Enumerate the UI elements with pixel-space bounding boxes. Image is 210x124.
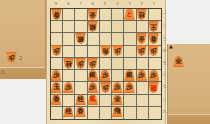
piece-kanji: 龍 bbox=[151, 84, 157, 90]
board-cell[interactable] bbox=[137, 95, 149, 107]
board-cell[interactable] bbox=[100, 21, 112, 33]
piece-kanji: 歩 bbox=[114, 84, 120, 90]
piece-kanji: 歩 bbox=[90, 60, 96, 66]
board-cell[interactable] bbox=[124, 21, 136, 33]
board-cell[interactable] bbox=[137, 82, 149, 94]
piece-kanji: 桂 bbox=[65, 60, 71, 66]
piece-kanji: 歩 bbox=[102, 72, 108, 78]
board-cell[interactable] bbox=[51, 33, 63, 45]
board-cell[interactable] bbox=[137, 58, 149, 70]
board-cell[interactable] bbox=[63, 46, 75, 58]
shogi-board-panel: 987654321一二三四五六七八九香金と桂銀王銀金香歩角歩歩歩桂歩歩歩銀歩銀歩… bbox=[46, 0, 166, 124]
piece-kanji: 飛 bbox=[114, 109, 120, 115]
piece-kanji: 歩 bbox=[8, 54, 14, 60]
board-cell[interactable] bbox=[137, 21, 149, 33]
sente-piece-stand: 金 bbox=[167, 44, 210, 124]
board-cell[interactable] bbox=[63, 21, 75, 33]
board-cell[interactable] bbox=[51, 21, 63, 33]
piece-kanji: 金 bbox=[114, 96, 120, 102]
piece-kanji: 香 bbox=[151, 35, 157, 41]
rank-label: 六 bbox=[163, 73, 167, 77]
rank-label: 三 bbox=[163, 37, 167, 41]
piece-kanji: 歩 bbox=[151, 72, 157, 78]
shogi-piece-金[interactable]: 金 bbox=[173, 56, 184, 67]
gote-stand-lip bbox=[0, 67, 45, 79]
board-cell[interactable] bbox=[88, 33, 100, 45]
rank-label: 九 bbox=[163, 110, 167, 114]
board-cell[interactable] bbox=[124, 95, 136, 107]
piece-kanji: 歩 bbox=[151, 48, 157, 54]
piece-kanji: 香 bbox=[77, 109, 83, 115]
board-cell[interactable] bbox=[100, 107, 112, 119]
hand-piece-count: 2 bbox=[19, 56, 22, 61]
board-cell[interactable] bbox=[63, 70, 75, 82]
board-cell[interactable] bbox=[112, 58, 124, 70]
board-cell[interactable] bbox=[63, 9, 75, 21]
board-cell[interactable] bbox=[112, 21, 124, 33]
gote-marker: △ bbox=[1, 69, 5, 74]
piece-kanji: 香 bbox=[53, 96, 59, 102]
board-cell[interactable] bbox=[149, 95, 161, 107]
piece-kanji: 歩 bbox=[102, 84, 108, 90]
board-cell[interactable] bbox=[51, 107, 63, 119]
piece-kanji: 銀 bbox=[77, 35, 83, 41]
board-cell[interactable] bbox=[149, 107, 161, 119]
board-cell[interactable] bbox=[75, 21, 87, 33]
board-cell[interactable] bbox=[100, 95, 112, 107]
file-label: 1 bbox=[153, 2, 156, 6]
file-label: 3 bbox=[128, 2, 131, 6]
file-label: 8 bbox=[67, 2, 70, 6]
piece-kanji: 歩 bbox=[90, 84, 96, 90]
piece-kanji: 歩 bbox=[114, 48, 120, 54]
file-label: 5 bbox=[104, 2, 107, 6]
piece-kanji: 銀 bbox=[90, 23, 96, 29]
piece-kanji: 歩 bbox=[138, 48, 144, 54]
file-label: 9 bbox=[55, 2, 58, 6]
rank-label: 八 bbox=[163, 98, 167, 102]
shogi-piece-歩[interactable]: 歩 bbox=[6, 52, 17, 63]
board-cell[interactable] bbox=[124, 58, 136, 70]
piece-kanji: 歩 bbox=[77, 60, 83, 66]
board-cell[interactable] bbox=[124, 46, 136, 58]
board-cell[interactable] bbox=[149, 58, 161, 70]
board-cell[interactable] bbox=[63, 33, 75, 45]
board-cell[interactable] bbox=[149, 9, 161, 21]
board-cell[interactable] bbox=[75, 9, 87, 21]
board-cell[interactable] bbox=[75, 82, 87, 94]
sente-marker: ▲ bbox=[169, 44, 173, 49]
piece-kanji: 桂 bbox=[65, 109, 71, 115]
rank-label: 四 bbox=[163, 49, 167, 53]
rank-label: 七 bbox=[163, 85, 167, 89]
sente-stand-lip bbox=[168, 114, 210, 124]
board-cell[interactable] bbox=[100, 9, 112, 21]
board-cell[interactable] bbox=[100, 58, 112, 70]
board-cell[interactable] bbox=[137, 107, 149, 119]
piece-kanji: 香 bbox=[53, 11, 59, 17]
board-cell[interactable] bbox=[88, 46, 100, 58]
piece-kanji: 歩 bbox=[126, 84, 132, 90]
rank-label: 五 bbox=[163, 61, 167, 65]
piece-kanji: 桂 bbox=[77, 96, 83, 102]
file-label: 6 bbox=[91, 2, 94, 6]
shogi-app: 歩2 △ 987654321一二三四五六七八九香金と桂銀王銀金香歩角歩歩歩桂歩歩… bbox=[0, 0, 210, 124]
piece-kanji: 歩 bbox=[53, 72, 59, 78]
board-cell[interactable] bbox=[124, 107, 136, 119]
board-cell[interactable] bbox=[75, 46, 87, 58]
piece-kanji: 歩 bbox=[65, 84, 71, 90]
board-cell[interactable] bbox=[88, 107, 100, 119]
piece-kanji: 金 bbox=[138, 35, 144, 41]
piece-kanji: 玉 bbox=[53, 84, 59, 90]
piece-kanji: 銀 bbox=[126, 72, 132, 78]
piece-kanji: 歩 bbox=[53, 48, 59, 54]
board-cell[interactable] bbox=[100, 33, 112, 45]
piece-kanji: 金 bbox=[90, 11, 96, 17]
board-cell[interactable] bbox=[63, 95, 75, 107]
rank-label: 一 bbox=[163, 12, 167, 16]
file-label: 4 bbox=[116, 2, 119, 6]
board-cell[interactable] bbox=[112, 9, 124, 21]
board-cell[interactable] bbox=[124, 33, 136, 45]
file-label: 2 bbox=[140, 2, 143, 6]
board-cell[interactable] bbox=[51, 58, 63, 70]
piece-kanji: 金 bbox=[175, 58, 181, 64]
piece-kanji: と bbox=[126, 11, 133, 17]
file-label: 7 bbox=[79, 2, 82, 6]
piece-kanji: 王 bbox=[151, 23, 157, 29]
piece-kanji: 角 bbox=[102, 48, 108, 54]
piece-kanji: 銀 bbox=[90, 72, 96, 78]
gote-piece-stand: 歩2 bbox=[0, 0, 46, 79]
piece-kanji: 馬 bbox=[90, 96, 96, 102]
piece-kanji: 桂 bbox=[138, 11, 144, 17]
rank-label: 二 bbox=[163, 24, 167, 28]
piece-kanji: 歩 bbox=[138, 72, 144, 78]
